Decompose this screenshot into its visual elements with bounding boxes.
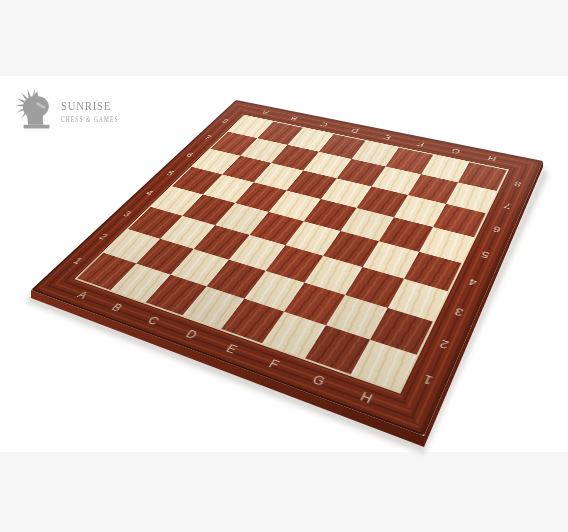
- brand-subtitle: CHESS & GAMES: [61, 115, 119, 124]
- brand-logo: SUNRISE CHESS & GAMES: [12, 84, 141, 130]
- knight-sunrise-icon: [12, 84, 58, 130]
- brand-text: SUNRISE CHESS & GAMES: [61, 84, 141, 124]
- product-photo-canvas: SUNRISE CHESS & GAMES 88AA77BB66CC55DD44…: [0, 0, 568, 532]
- brand-name: SUNRISE: [61, 98, 127, 114]
